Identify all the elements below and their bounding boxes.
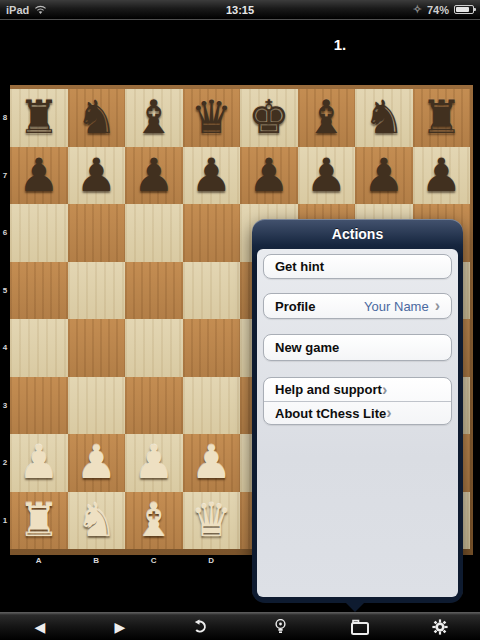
square-b4[interactable]: [68, 319, 126, 377]
chevron-right-icon: ›: [386, 405, 391, 421]
popover-content: Get hint Profile Your Name › New game He…: [257, 249, 458, 597]
white-pawn: ♟: [133, 434, 174, 491]
black-knight: ♞: [363, 89, 404, 146]
about-button[interactable]: About tChess Lite ›: [264, 401, 451, 424]
black-king: ♚: [248, 89, 289, 146]
square-b2[interactable]: ♟: [68, 434, 126, 492]
back-icon: ◀: [35, 619, 46, 635]
white-queen: ♛: [191, 492, 232, 549]
actions-popover: Actions Get hint Profile Your Name › New…: [252, 219, 463, 603]
square-b6[interactable]: [68, 204, 126, 262]
square-d7[interactable]: ♟: [183, 147, 241, 205]
black-queen: ♛: [191, 89, 232, 146]
square-f7[interactable]: ♟: [298, 147, 356, 205]
bottom-toolbar: ◀ ▶: [0, 612, 480, 640]
square-g8[interactable]: ♞: [355, 89, 413, 147]
rotate-button[interactable]: [160, 613, 240, 640]
settings-button[interactable]: [400, 613, 480, 640]
rank-label-3: 3: [0, 377, 10, 435]
rank-label-4: 4: [0, 319, 10, 377]
status-bar: iPad 13:15 ✧ 74%: [0, 0, 480, 20]
square-a1[interactable]: ♜: [10, 492, 68, 550]
help-group: Help and support › About tChess Lite ›: [263, 377, 452, 425]
gear-icon: [432, 619, 448, 635]
rank-label-5: 5: [0, 262, 10, 320]
square-b5[interactable]: [68, 262, 126, 320]
black-bishop: ♝: [133, 89, 174, 146]
new-game-button[interactable]: New game: [263, 334, 452, 361]
black-rook: ♜: [421, 89, 462, 146]
square-b3[interactable]: [68, 377, 126, 435]
square-c3[interactable]: [125, 377, 183, 435]
square-d2[interactable]: ♟: [183, 434, 241, 492]
lightbulb-icon: [275, 619, 286, 635]
chevron-right-icon: ›: [382, 382, 387, 398]
rank-label-7: 7: [0, 147, 10, 205]
white-pawn: ♟: [18, 434, 59, 491]
square-a2[interactable]: ♟: [10, 434, 68, 492]
square-h7[interactable]: ♟: [413, 147, 471, 205]
clock: 13:15: [0, 4, 480, 16]
square-b8[interactable]: ♞: [68, 89, 126, 147]
file-label-d: D: [183, 556, 241, 565]
rank-label-1: 1: [0, 492, 10, 550]
black-pawn: ♟: [76, 147, 117, 204]
black-pawn: ♟: [306, 147, 347, 204]
white-bishop: ♝: [133, 492, 174, 549]
square-c7[interactable]: ♟: [125, 147, 183, 205]
square-d4[interactable]: [183, 319, 241, 377]
square-d3[interactable]: [183, 377, 241, 435]
black-pawn: ♟: [133, 147, 174, 204]
square-c6[interactable]: [125, 204, 183, 262]
square-b1[interactable]: ♞: [68, 492, 126, 550]
square-d6[interactable]: [183, 204, 241, 262]
help-and-support-button[interactable]: Help and support ›: [264, 378, 451, 401]
square-a7[interactable]: ♟: [10, 147, 68, 205]
file-label-b: B: [68, 556, 126, 565]
square-c2[interactable]: ♟: [125, 434, 183, 492]
square-d5[interactable]: [183, 262, 241, 320]
rank-label-2: 2: [0, 434, 10, 492]
square-a4[interactable]: [10, 319, 68, 377]
square-a3[interactable]: [10, 377, 68, 435]
back-button[interactable]: ◀: [0, 613, 80, 640]
black-pawn: ♟: [363, 147, 404, 204]
battery-icon: [454, 5, 474, 14]
folder-icon: [351, 619, 369, 635]
hint-button[interactable]: [240, 613, 320, 640]
profile-button[interactable]: Profile Your Name ›: [263, 293, 452, 319]
forward-button[interactable]: ▶: [80, 613, 160, 640]
square-c8[interactable]: ♝: [125, 89, 183, 147]
square-a8[interactable]: ♜: [10, 89, 68, 147]
popover-title: Actions: [252, 219, 463, 249]
files-button[interactable]: [320, 613, 400, 640]
white-pawn: ♟: [191, 434, 232, 491]
rotate-icon: [193, 619, 207, 634]
white-rook: ♜: [18, 492, 59, 549]
chevron-right-icon: ›: [435, 298, 440, 314]
rank-labels: 87654321: [0, 89, 10, 549]
forward-icon: ▶: [115, 619, 126, 635]
square-b7[interactable]: ♟: [68, 147, 126, 205]
file-label-c: C: [125, 556, 183, 565]
square-c5[interactable]: [125, 262, 183, 320]
square-d8[interactable]: ♛: [183, 89, 241, 147]
white-pawn: ♟: [76, 434, 117, 491]
square-c4[interactable]: [125, 319, 183, 377]
get-hint-button[interactable]: Get hint: [263, 254, 452, 279]
square-e8[interactable]: ♚: [240, 89, 298, 147]
square-g7[interactable]: ♟: [355, 147, 413, 205]
popover-arrow: [341, 598, 369, 612]
square-a6[interactable]: [10, 204, 68, 262]
move-number: 1.: [300, 36, 380, 53]
black-pawn: ♟: [248, 147, 289, 204]
black-pawn: ♟: [191, 147, 232, 204]
square-a5[interactable]: [10, 262, 68, 320]
rank-label-6: 6: [0, 204, 10, 262]
square-c1[interactable]: ♝: [125, 492, 183, 550]
black-pawn: ♟: [18, 147, 59, 204]
rank-label-8: 8: [0, 89, 10, 147]
black-rook: ♜: [18, 89, 59, 146]
square-f8[interactable]: ♝: [298, 89, 356, 147]
white-knight: ♞: [76, 492, 117, 549]
black-bishop: ♝: [306, 89, 347, 146]
file-label-a: A: [10, 556, 68, 565]
black-pawn: ♟: [421, 147, 462, 204]
black-knight: ♞: [76, 89, 117, 146]
profile-value: Your Name: [364, 299, 429, 314]
square-h8[interactable]: ♜: [413, 89, 471, 147]
square-d1[interactable]: ♛: [183, 492, 241, 550]
square-e7[interactable]: ♟: [240, 147, 298, 205]
